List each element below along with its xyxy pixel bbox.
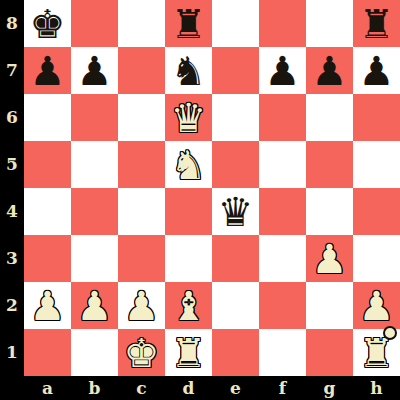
square-f1[interactable] <box>259 329 306 376</box>
square-a7[interactable]: ♟ <box>24 47 71 94</box>
piece-white-pawn[interactable]: ♟ <box>77 286 113 326</box>
rank-label-1: 1 <box>0 329 24 376</box>
square-d5[interactable]: ♞ <box>165 141 212 188</box>
piece-black-pawn[interactable]: ♟ <box>312 51 348 91</box>
square-e7[interactable] <box>212 47 259 94</box>
square-g7[interactable]: ♟ <box>306 47 353 94</box>
square-f8[interactable] <box>259 0 306 47</box>
square-g4[interactable] <box>306 188 353 235</box>
square-e3[interactable] <box>212 235 259 282</box>
piece-black-rook[interactable]: ♜ <box>171 4 207 44</box>
rank-label-8: 8 <box>0 0 24 47</box>
square-e2[interactable] <box>212 282 259 329</box>
square-h2[interactable]: ♟ <box>353 282 400 329</box>
rank-labels: 87654321 <box>0 0 24 376</box>
square-c7[interactable] <box>118 47 165 94</box>
square-d8[interactable]: ♜ <box>165 0 212 47</box>
file-labels: abcdefgh <box>24 376 400 400</box>
square-f4[interactable] <box>259 188 306 235</box>
square-c2[interactable]: ♟ <box>118 282 165 329</box>
square-h8[interactable]: ♜ <box>353 0 400 47</box>
piece-black-pawn[interactable]: ♟ <box>265 51 301 91</box>
square-c3[interactable] <box>118 235 165 282</box>
piece-white-pawn[interactable]: ♟ <box>312 239 348 279</box>
piece-black-rook[interactable]: ♜ <box>359 4 395 44</box>
square-g8[interactable] <box>306 0 353 47</box>
piece-white-queen[interactable]: ♛ <box>171 98 207 138</box>
square-a2[interactable]: ♟ <box>24 282 71 329</box>
square-a1[interactable] <box>24 329 71 376</box>
square-e4[interactable]: ♛ <box>212 188 259 235</box>
piece-black-queen[interactable]: ♛ <box>218 192 254 232</box>
square-h5[interactable] <box>353 141 400 188</box>
rank-label-3: 3 <box>0 235 24 282</box>
file-label-b: b <box>71 376 118 400</box>
piece-black-pawn[interactable]: ♟ <box>359 51 395 91</box>
piece-black-pawn[interactable]: ♟ <box>30 51 66 91</box>
square-b3[interactable] <box>71 235 118 282</box>
square-c4[interactable] <box>118 188 165 235</box>
square-b4[interactable] <box>71 188 118 235</box>
square-a8[interactable]: ♚ <box>24 0 71 47</box>
square-c8[interactable] <box>118 0 165 47</box>
chess-board: ♚♜♜♟♟♞♟♟♟♛♞♛♟♟♟♟♝♟♚♜♜ <box>24 0 400 376</box>
square-e1[interactable] <box>212 329 259 376</box>
square-d6[interactable]: ♛ <box>165 94 212 141</box>
piece-white-rook[interactable]: ♜ <box>171 333 207 373</box>
square-a5[interactable] <box>24 141 71 188</box>
file-label-g: g <box>306 376 353 400</box>
square-f3[interactable] <box>259 235 306 282</box>
square-g3[interactable]: ♟ <box>306 235 353 282</box>
square-b1[interactable] <box>71 329 118 376</box>
file-label-c: c <box>118 376 165 400</box>
square-h3[interactable] <box>353 235 400 282</box>
square-d7[interactable]: ♞ <box>165 47 212 94</box>
square-h4[interactable] <box>353 188 400 235</box>
rank-label-6: 6 <box>0 94 24 141</box>
piece-white-pawn[interactable]: ♟ <box>30 286 66 326</box>
square-d1[interactable]: ♜ <box>165 329 212 376</box>
piece-white-knight[interactable]: ♞ <box>171 145 207 185</box>
file-label-a: a <box>24 376 71 400</box>
piece-black-king[interactable]: ♚ <box>30 4 66 44</box>
cursor-dot-marker <box>383 326 397 340</box>
rank-label-5: 5 <box>0 141 24 188</box>
square-d4[interactable] <box>165 188 212 235</box>
square-f7[interactable]: ♟ <box>259 47 306 94</box>
square-g6[interactable] <box>306 94 353 141</box>
square-a6[interactable] <box>24 94 71 141</box>
square-e6[interactable] <box>212 94 259 141</box>
square-g2[interactable] <box>306 282 353 329</box>
piece-white-pawn[interactable]: ♟ <box>124 286 160 326</box>
square-g1[interactable] <box>306 329 353 376</box>
square-b2[interactable]: ♟ <box>71 282 118 329</box>
square-e8[interactable] <box>212 0 259 47</box>
square-c1[interactable]: ♚ <box>118 329 165 376</box>
piece-white-bishop[interactable]: ♝ <box>171 286 207 326</box>
chess-board-panel: ♚♜♜♟♟♞♟♟♟♛♞♛♟♟♟♟♝♟♚♜♜ 87654321 abcdefgh <box>0 0 400 400</box>
square-a3[interactable] <box>24 235 71 282</box>
square-f5[interactable] <box>259 141 306 188</box>
file-label-e: e <box>212 376 259 400</box>
square-d2[interactable]: ♝ <box>165 282 212 329</box>
square-e5[interactable] <box>212 141 259 188</box>
piece-black-knight[interactable]: ♞ <box>171 51 207 91</box>
file-label-d: d <box>165 376 212 400</box>
piece-white-king[interactable]: ♚ <box>124 333 160 373</box>
piece-black-pawn[interactable]: ♟ <box>77 51 113 91</box>
square-f6[interactable] <box>259 94 306 141</box>
square-b7[interactable]: ♟ <box>71 47 118 94</box>
square-b6[interactable] <box>71 94 118 141</box>
rank-label-7: 7 <box>0 47 24 94</box>
file-label-h: h <box>353 376 400 400</box>
square-h7[interactable]: ♟ <box>353 47 400 94</box>
square-b8[interactable] <box>71 0 118 47</box>
square-c6[interactable] <box>118 94 165 141</box>
rank-label-4: 4 <box>0 188 24 235</box>
rank-label-2: 2 <box>0 282 24 329</box>
square-a4[interactable] <box>24 188 71 235</box>
square-f2[interactable] <box>259 282 306 329</box>
file-label-f: f <box>259 376 306 400</box>
piece-white-pawn[interactable]: ♟ <box>359 286 395 326</box>
square-c5[interactable] <box>118 141 165 188</box>
square-b5[interactable] <box>71 141 118 188</box>
square-h6[interactable] <box>353 94 400 141</box>
square-d3[interactable] <box>165 235 212 282</box>
square-g5[interactable] <box>306 141 353 188</box>
